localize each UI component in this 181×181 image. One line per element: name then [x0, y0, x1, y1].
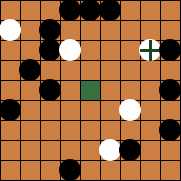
board-grid[interactable]: ●●●●●●●●●●●●●●●●●●	[0, 0, 181, 181]
black-stone[interactable]: ●	[79, 0, 101, 21]
goal-square[interactable]	[81, 81, 100, 100]
black-stone[interactable]: ●	[119, 139, 141, 161]
black-stone[interactable]: ●	[159, 79, 181, 101]
black-stone[interactable]: ●	[59, 159, 81, 181]
white-stone[interactable]: ●	[0, 19, 21, 41]
black-stone[interactable]: ●	[0, 99, 21, 121]
black-stone[interactable]: ●	[39, 39, 61, 61]
black-stone[interactable]: ●	[19, 59, 41, 81]
white-stone[interactable]: ●	[59, 39, 81, 61]
white-stone[interactable]: ●	[119, 99, 141, 121]
black-stone[interactable]: ●	[39, 79, 61, 101]
white-stone[interactable]: ●	[99, 139, 121, 161]
black-stone[interactable]: ●	[99, 0, 121, 21]
black-stone[interactable]: ●	[39, 19, 61, 41]
cross-mark-vertical[interactable]	[149, 40, 152, 61]
black-stone[interactable]: ●	[159, 39, 181, 61]
black-stone[interactable]: ●	[159, 119, 181, 141]
black-stone[interactable]: ●	[59, 0, 81, 21]
